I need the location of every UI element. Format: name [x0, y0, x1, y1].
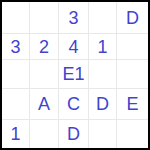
- cell-r2c5[interactable]: [117, 34, 148, 60]
- cell-r2c1[interactable]: 3: [2, 34, 30, 60]
- cell-r1c4[interactable]: [89, 2, 117, 34]
- cell-r5c2[interactable]: [30, 120, 59, 148]
- cell-r3c4[interactable]: [89, 60, 117, 89]
- cell-r1c1[interactable]: [2, 2, 30, 34]
- cell-r5c5[interactable]: [117, 120, 148, 148]
- cell-r4c3[interactable]: C: [59, 89, 89, 120]
- cell-r3c5[interactable]: [117, 60, 148, 89]
- cell-r1c2[interactable]: [30, 2, 59, 34]
- cell-r4c5[interactable]: E: [117, 89, 148, 120]
- cell-r1c3[interactable]: 3: [59, 2, 89, 34]
- cell-r3c3[interactable]: E1: [59, 60, 89, 89]
- cell-r5c1[interactable]: 1: [2, 120, 30, 148]
- cell-r4c1[interactable]: [2, 89, 30, 120]
- cell-r3c2[interactable]: [30, 60, 59, 89]
- cell-r4c4[interactable]: D: [89, 89, 117, 120]
- cell-r4c2[interactable]: A: [30, 89, 59, 120]
- cell-r1c5[interactable]: D: [117, 2, 148, 34]
- cell-r5c4[interactable]: [89, 120, 117, 148]
- cell-r3c1[interactable]: [2, 60, 30, 89]
- cell-r2c3[interactable]: 4: [59, 34, 89, 60]
- cell-r5c3[interactable]: D: [59, 120, 89, 148]
- puzzle-board: 3 D 3 2 4 1 E1 A C D E 1 D: [0, 0, 150, 150]
- cell-r2c4[interactable]: 1: [89, 34, 117, 60]
- cell-r2c2[interactable]: 2: [30, 34, 59, 60]
